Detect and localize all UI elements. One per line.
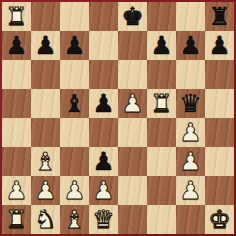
square-b3[interactable]: ♝ xyxy=(31,147,60,176)
square-d1[interactable]: ♛ xyxy=(89,205,118,234)
square-c8[interactable] xyxy=(60,2,89,31)
square-a1[interactable]: ♜ xyxy=(2,205,31,234)
white-pawn: ♟ xyxy=(176,147,205,176)
black-queen: ♛ xyxy=(176,89,205,118)
square-a3[interactable] xyxy=(2,147,31,176)
square-e6[interactable] xyxy=(118,60,147,89)
white-pawn: ♟ xyxy=(60,176,89,205)
square-d4[interactable] xyxy=(89,118,118,147)
square-f7[interactable]: ♟ xyxy=(147,31,176,60)
white-queen: ♛ xyxy=(89,205,118,234)
square-h6[interactable] xyxy=(205,60,234,89)
square-g6[interactable] xyxy=(176,60,205,89)
square-f5[interactable]: ♜ xyxy=(147,89,176,118)
square-e5[interactable]: ♟ xyxy=(118,89,147,118)
square-b6[interactable] xyxy=(31,60,60,89)
square-g8[interactable] xyxy=(176,2,205,31)
square-h1[interactable]: ♚ xyxy=(205,205,234,234)
square-f8[interactable] xyxy=(147,2,176,31)
square-c4[interactable] xyxy=(60,118,89,147)
square-f6[interactable] xyxy=(147,60,176,89)
white-bishop: ♝ xyxy=(31,147,60,176)
square-c7[interactable]: ♟ xyxy=(60,31,89,60)
square-h2[interactable] xyxy=(205,176,234,205)
white-knight: ♞ xyxy=(31,205,60,234)
square-d7[interactable] xyxy=(89,31,118,60)
square-c2[interactable]: ♟ xyxy=(60,176,89,205)
square-f3[interactable] xyxy=(147,147,176,176)
black-pawn: ♟ xyxy=(147,31,176,60)
square-f4[interactable] xyxy=(147,118,176,147)
black-pawn: ♟ xyxy=(2,31,31,60)
square-b4[interactable] xyxy=(31,118,60,147)
square-e4[interactable] xyxy=(118,118,147,147)
black-pawn: ♟ xyxy=(60,31,89,60)
white-pawn: ♟ xyxy=(118,89,147,118)
square-g7[interactable]: ♟ xyxy=(176,31,205,60)
white-bishop: ♝ xyxy=(60,205,89,234)
white-pawn: ♟ xyxy=(31,176,60,205)
square-a6[interactable] xyxy=(2,60,31,89)
black-bishop: ♝ xyxy=(60,89,89,118)
black-pawn: ♟ xyxy=(89,147,118,176)
white-king: ♚ xyxy=(205,205,234,234)
square-g2[interactable]: ♟ xyxy=(176,176,205,205)
black-king: ♚ xyxy=(118,2,147,31)
white-pawn: ♟ xyxy=(89,176,118,205)
square-b8[interactable] xyxy=(31,2,60,31)
square-g4[interactable]: ♟ xyxy=(176,118,205,147)
square-b1[interactable]: ♞ xyxy=(31,205,60,234)
square-g1[interactable] xyxy=(176,205,205,234)
black-pawn: ♟ xyxy=(31,31,60,60)
square-d5[interactable]: ♟ xyxy=(89,89,118,118)
square-b5[interactable] xyxy=(31,89,60,118)
square-h5[interactable] xyxy=(205,89,234,118)
square-f1[interactable] xyxy=(147,205,176,234)
square-e8[interactable]: ♚ xyxy=(118,2,147,31)
square-d8[interactable] xyxy=(89,2,118,31)
square-e7[interactable] xyxy=(118,31,147,60)
white-pawn: ♟ xyxy=(2,176,31,205)
square-a4[interactable] xyxy=(2,118,31,147)
square-c3[interactable] xyxy=(60,147,89,176)
black-rook: ♜ xyxy=(205,2,234,31)
white-pawn: ♟ xyxy=(176,118,205,147)
square-h4[interactable] xyxy=(205,118,234,147)
black-pawn: ♟ xyxy=(89,89,118,118)
square-d2[interactable]: ♟ xyxy=(89,176,118,205)
square-g5[interactable]: ♛ xyxy=(176,89,205,118)
square-d6[interactable] xyxy=(89,60,118,89)
square-e2[interactable] xyxy=(118,176,147,205)
square-a5[interactable] xyxy=(2,89,31,118)
square-a8[interactable]: ♜ xyxy=(2,2,31,31)
square-g3[interactable]: ♟ xyxy=(176,147,205,176)
square-e1[interactable] xyxy=(118,205,147,234)
square-h8[interactable]: ♜ xyxy=(205,2,234,31)
square-a7[interactable]: ♟ xyxy=(2,31,31,60)
white-rook: ♜ xyxy=(2,205,31,234)
square-b7[interactable]: ♟ xyxy=(31,31,60,60)
board-frame: ♜♚♜♟♟♟♟♟♟♝♟♟♜♛♟♝♟♟♟♟♟♟♟♜♞♝♛♚ xyxy=(0,0,236,236)
chess-board: ♜♚♜♟♟♟♟♟♟♝♟♟♜♛♟♝♟♟♟♟♟♟♟♜♞♝♛♚ xyxy=(2,2,234,234)
white-pawn: ♟ xyxy=(176,176,205,205)
white-rook: ♜ xyxy=(2,2,31,31)
square-c6[interactable] xyxy=(60,60,89,89)
square-h3[interactable] xyxy=(205,147,234,176)
square-d3[interactable]: ♟ xyxy=(89,147,118,176)
square-c1[interactable]: ♝ xyxy=(60,205,89,234)
white-rook: ♜ xyxy=(147,89,176,118)
black-pawn: ♟ xyxy=(176,31,205,60)
square-c5[interactable]: ♝ xyxy=(60,89,89,118)
square-h7[interactable]: ♟ xyxy=(205,31,234,60)
square-b2[interactable]: ♟ xyxy=(31,176,60,205)
square-f2[interactable] xyxy=(147,176,176,205)
black-pawn: ♟ xyxy=(205,31,234,60)
square-a2[interactable]: ♟ xyxy=(2,176,31,205)
square-e3[interactable] xyxy=(118,147,147,176)
